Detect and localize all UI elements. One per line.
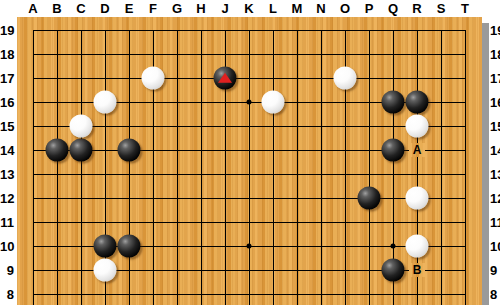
column-label-t: T xyxy=(461,1,469,16)
row-label-left-14: 14 xyxy=(0,144,14,157)
hoshi-point-k10 xyxy=(247,244,252,249)
column-label-m: M xyxy=(292,1,303,16)
grid-line-vertical xyxy=(129,30,130,305)
row-label-left-18: 18 xyxy=(0,48,14,61)
black-stone-q14[interactable] xyxy=(382,139,405,162)
grid-line-vertical xyxy=(33,30,34,305)
grid-line-horizontal xyxy=(33,78,466,79)
black-stone-q16[interactable] xyxy=(382,91,405,114)
row-label-right-16: 16 xyxy=(490,96,500,109)
black-stone-e10[interactable] xyxy=(118,235,141,258)
column-label-f: F xyxy=(149,1,157,16)
grid-line-horizontal xyxy=(33,126,466,127)
grid-line-vertical xyxy=(297,30,298,305)
column-label-n: N xyxy=(316,1,325,16)
grid-line-vertical xyxy=(201,30,202,305)
white-stone-r15[interactable] xyxy=(406,115,429,138)
column-label-k: K xyxy=(244,1,253,16)
black-stone-d10[interactable] xyxy=(94,235,117,258)
row-label-right-11: 11 xyxy=(490,216,500,229)
black-stone-p12[interactable] xyxy=(358,187,381,210)
column-label-j: J xyxy=(221,1,228,16)
column-label-g: G xyxy=(172,1,182,16)
row-label-right-15: 15 xyxy=(490,120,500,133)
row-label-right-10: 10 xyxy=(490,240,500,253)
row-label-left-16: 16 xyxy=(0,96,14,109)
row-label-right-8: 8 xyxy=(490,288,500,301)
column-label-c: C xyxy=(76,1,85,16)
column-label-b: B xyxy=(52,1,61,16)
black-stone-b14[interactable] xyxy=(46,139,69,162)
grid-line-vertical xyxy=(81,30,82,305)
row-label-right-9: 9 xyxy=(490,264,500,277)
board-drop-shadow xyxy=(482,23,489,305)
column-label-p: P xyxy=(365,1,374,16)
row-label-right-17: 17 xyxy=(490,72,500,85)
white-stone-d16[interactable] xyxy=(94,91,117,114)
row-label-right-19: 19 xyxy=(490,24,500,37)
column-label-a: A xyxy=(28,1,37,16)
white-stone-d9[interactable] xyxy=(94,259,117,282)
hoshi-point-q10 xyxy=(391,244,396,249)
hoshi-point-k16 xyxy=(247,100,252,105)
white-stone-r10[interactable] xyxy=(406,235,429,258)
grid-line-horizontal xyxy=(33,294,466,295)
row-label-left-19: 19 xyxy=(0,24,14,37)
grid-line-horizontal xyxy=(33,54,466,55)
black-stone-q9[interactable] xyxy=(382,259,405,282)
grid-line-vertical xyxy=(441,30,442,305)
variation-label-a[interactable]: A xyxy=(409,143,425,157)
row-label-left-9: 9 xyxy=(0,264,14,277)
column-label-h: H xyxy=(196,1,205,16)
white-stone-l16[interactable] xyxy=(262,91,285,114)
grid-line-vertical xyxy=(249,30,250,305)
black-stone-c14[interactable] xyxy=(70,139,93,162)
row-label-right-12: 12 xyxy=(490,192,500,205)
column-label-s: S xyxy=(437,1,446,16)
row-label-left-10: 10 xyxy=(0,240,14,253)
grid-line-vertical xyxy=(273,30,274,305)
column-label-l: L xyxy=(269,1,277,16)
row-label-right-18: 18 xyxy=(490,48,500,61)
row-label-left-15: 15 xyxy=(0,120,14,133)
white-stone-c15[interactable] xyxy=(70,115,93,138)
column-label-o: O xyxy=(340,1,350,16)
column-label-d: D xyxy=(100,1,109,16)
row-label-right-13: 13 xyxy=(490,168,500,181)
row-label-left-12: 12 xyxy=(0,192,14,205)
black-stone-r16[interactable] xyxy=(406,91,429,114)
grid-line-horizontal xyxy=(33,198,466,199)
grid-line-vertical xyxy=(369,30,370,305)
variation-label-b[interactable]: B xyxy=(409,263,425,277)
row-label-left-11: 11 xyxy=(0,216,14,229)
row-label-right-14: 14 xyxy=(490,144,500,157)
grid-line-vertical xyxy=(321,30,322,305)
white-stone-o17[interactable] xyxy=(334,67,357,90)
triangle-mark-j17 xyxy=(218,73,232,83)
white-stone-f17[interactable] xyxy=(142,67,165,90)
grid-line-horizontal xyxy=(33,222,466,223)
grid-line-horizontal xyxy=(33,174,466,175)
row-label-left-13: 13 xyxy=(0,168,14,181)
column-label-r: R xyxy=(412,1,421,16)
column-label-q: Q xyxy=(388,1,398,16)
grid-line-vertical xyxy=(57,30,58,305)
grid-line-vertical xyxy=(177,30,178,305)
row-label-left-17: 17 xyxy=(0,72,14,85)
go-diagram: ABCDEFGHJKLMNOPQRST191918181717161615151… xyxy=(0,0,500,305)
black-stone-e14[interactable] xyxy=(118,139,141,162)
grid-line-vertical xyxy=(465,30,466,305)
column-label-e: E xyxy=(125,1,134,16)
grid-line-horizontal xyxy=(33,30,466,31)
row-label-left-8: 8 xyxy=(0,288,14,301)
white-stone-r12[interactable] xyxy=(406,187,429,210)
